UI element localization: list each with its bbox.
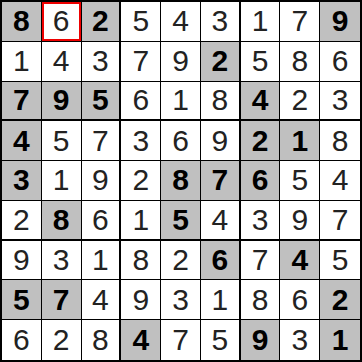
sudoku-board: 8625431791437925867956184234573692183192…: [0, 0, 362, 362]
cell-r7c2[interactable]: 3: [42, 241, 82, 281]
cell-r5c9[interactable]: 4: [320, 161, 360, 201]
cell-r1c5[interactable]: 4: [161, 2, 201, 42]
cell-r4c8[interactable]: 1: [280, 121, 320, 161]
cell-r4c6[interactable]: 9: [201, 121, 241, 161]
cell-r7c8[interactable]: 4: [280, 241, 320, 281]
cell-r6c5[interactable]: 5: [161, 201, 201, 241]
cell-r1c3[interactable]: 2: [82, 2, 122, 42]
cell-r2c9[interactable]: 6: [320, 42, 360, 82]
cell-r9c8[interactable]: 3: [280, 320, 320, 360]
cell-r4c2[interactable]: 5: [42, 121, 82, 161]
cell-r6c9[interactable]: 7: [320, 201, 360, 241]
cell-r3c4[interactable]: 6: [121, 82, 161, 122]
cell-r9c9[interactable]: 1: [320, 320, 360, 360]
cell-r2c8[interactable]: 8: [280, 42, 320, 82]
cell-r4c1[interactable]: 4: [2, 121, 42, 161]
cell-r5c7[interactable]: 6: [241, 161, 281, 201]
cell-r5c8[interactable]: 5: [280, 161, 320, 201]
cell-r5c3[interactable]: 9: [82, 161, 122, 201]
cell-r4c4[interactable]: 3: [121, 121, 161, 161]
cell-r8c1[interactable]: 5: [2, 280, 42, 320]
cell-r3c7[interactable]: 4: [241, 82, 281, 122]
cell-r3c9[interactable]: 3: [320, 82, 360, 122]
cell-r5c2[interactable]: 1: [42, 161, 82, 201]
cell-r6c1[interactable]: 2: [2, 201, 42, 241]
cell-r7c1[interactable]: 9: [2, 241, 42, 281]
cell-r6c7[interactable]: 3: [241, 201, 281, 241]
cell-r1c9[interactable]: 9: [320, 2, 360, 42]
cell-r8c4[interactable]: 9: [121, 280, 161, 320]
cell-r1c1[interactable]: 8: [2, 2, 42, 42]
cell-r4c5[interactable]: 6: [161, 121, 201, 161]
cell-r9c4[interactable]: 4: [121, 320, 161, 360]
cell-r2c6[interactable]: 2: [201, 42, 241, 82]
cell-r6c4[interactable]: 1: [121, 201, 161, 241]
cell-r8c7[interactable]: 8: [241, 280, 281, 320]
cell-r6c2[interactable]: 8: [42, 201, 82, 241]
cell-r2c3[interactable]: 3: [82, 42, 122, 82]
cell-r4c9[interactable]: 8: [320, 121, 360, 161]
cell-r9c6[interactable]: 5: [201, 320, 241, 360]
cell-r1c6[interactable]: 3: [201, 2, 241, 42]
cell-r3c2[interactable]: 9: [42, 82, 82, 122]
cell-r8c9[interactable]: 2: [320, 280, 360, 320]
cell-r7c7[interactable]: 7: [241, 241, 281, 281]
cell-r9c2[interactable]: 2: [42, 320, 82, 360]
cell-r1c7[interactable]: 1: [241, 2, 281, 42]
cell-r9c3[interactable]: 8: [82, 320, 122, 360]
cell-r1c4[interactable]: 5: [121, 2, 161, 42]
cell-r4c7[interactable]: 2: [241, 121, 281, 161]
cell-r8c2[interactable]: 7: [42, 280, 82, 320]
cell-r3c1[interactable]: 7: [2, 82, 42, 122]
cell-r8c5[interactable]: 3: [161, 280, 201, 320]
cell-r1c8[interactable]: 7: [280, 2, 320, 42]
cell-r3c5[interactable]: 1: [161, 82, 201, 122]
cell-r8c6[interactable]: 1: [201, 280, 241, 320]
selected-cell[interactable]: 6: [42, 2, 82, 42]
cell-r7c9[interactable]: 5: [320, 241, 360, 281]
cell-r5c5[interactable]: 8: [161, 161, 201, 201]
cell-r5c4[interactable]: 2: [121, 161, 161, 201]
cell-r9c1[interactable]: 6: [2, 320, 42, 360]
cell-r9c5[interactable]: 7: [161, 320, 201, 360]
cell-r2c4[interactable]: 7: [121, 42, 161, 82]
cell-r5c6[interactable]: 7: [201, 161, 241, 201]
cell-r3c8[interactable]: 2: [280, 82, 320, 122]
cell-r6c3[interactable]: 6: [82, 201, 122, 241]
cell-r2c2[interactable]: 4: [42, 42, 82, 82]
cell-r7c3[interactable]: 1: [82, 241, 122, 281]
cell-r8c3[interactable]: 4: [82, 280, 122, 320]
cell-r3c3[interactable]: 5: [82, 82, 122, 122]
cell-r6c6[interactable]: 4: [201, 201, 241, 241]
cell-r7c4[interactable]: 8: [121, 241, 161, 281]
cell-r3c6[interactable]: 8: [201, 82, 241, 122]
cell-r7c5[interactable]: 2: [161, 241, 201, 281]
cell-r7c6[interactable]: 6: [201, 241, 241, 281]
cell-r5c1[interactable]: 3: [2, 161, 42, 201]
cell-r2c7[interactable]: 5: [241, 42, 281, 82]
cell-r8c8[interactable]: 6: [280, 280, 320, 320]
cell-r6c8[interactable]: 9: [280, 201, 320, 241]
cell-r9c7[interactable]: 9: [241, 320, 281, 360]
cell-r2c1[interactable]: 1: [2, 42, 42, 82]
cell-r4c3[interactable]: 7: [82, 121, 122, 161]
cell-r2c5[interactable]: 9: [161, 42, 201, 82]
